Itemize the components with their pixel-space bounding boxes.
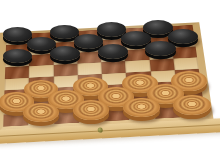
square-f8[interactable]	[129, 106, 155, 120]
checkers-board	[0, 22, 214, 136]
square-a8[interactable]	[3, 113, 28, 127]
hinge-screw-icon	[97, 127, 102, 132]
board-photo: ⛂⛂⛂⛂⛂⛂⛂⛂⛂⛂⛂⛂⛀⛀⛀⛀⛀⛀⛀⛀⛀⛀⛀⛀	[0, 0, 220, 165]
square-e8[interactable]	[104, 108, 130, 122]
square-c8[interactable]	[54, 110, 79, 124]
square-g8[interactable]	[154, 105, 180, 119]
board-scene	[0, 0, 220, 165]
square-b8[interactable]	[28, 112, 53, 126]
square-d8[interactable]	[79, 109, 105, 123]
square-h8[interactable]	[179, 104, 206, 118]
